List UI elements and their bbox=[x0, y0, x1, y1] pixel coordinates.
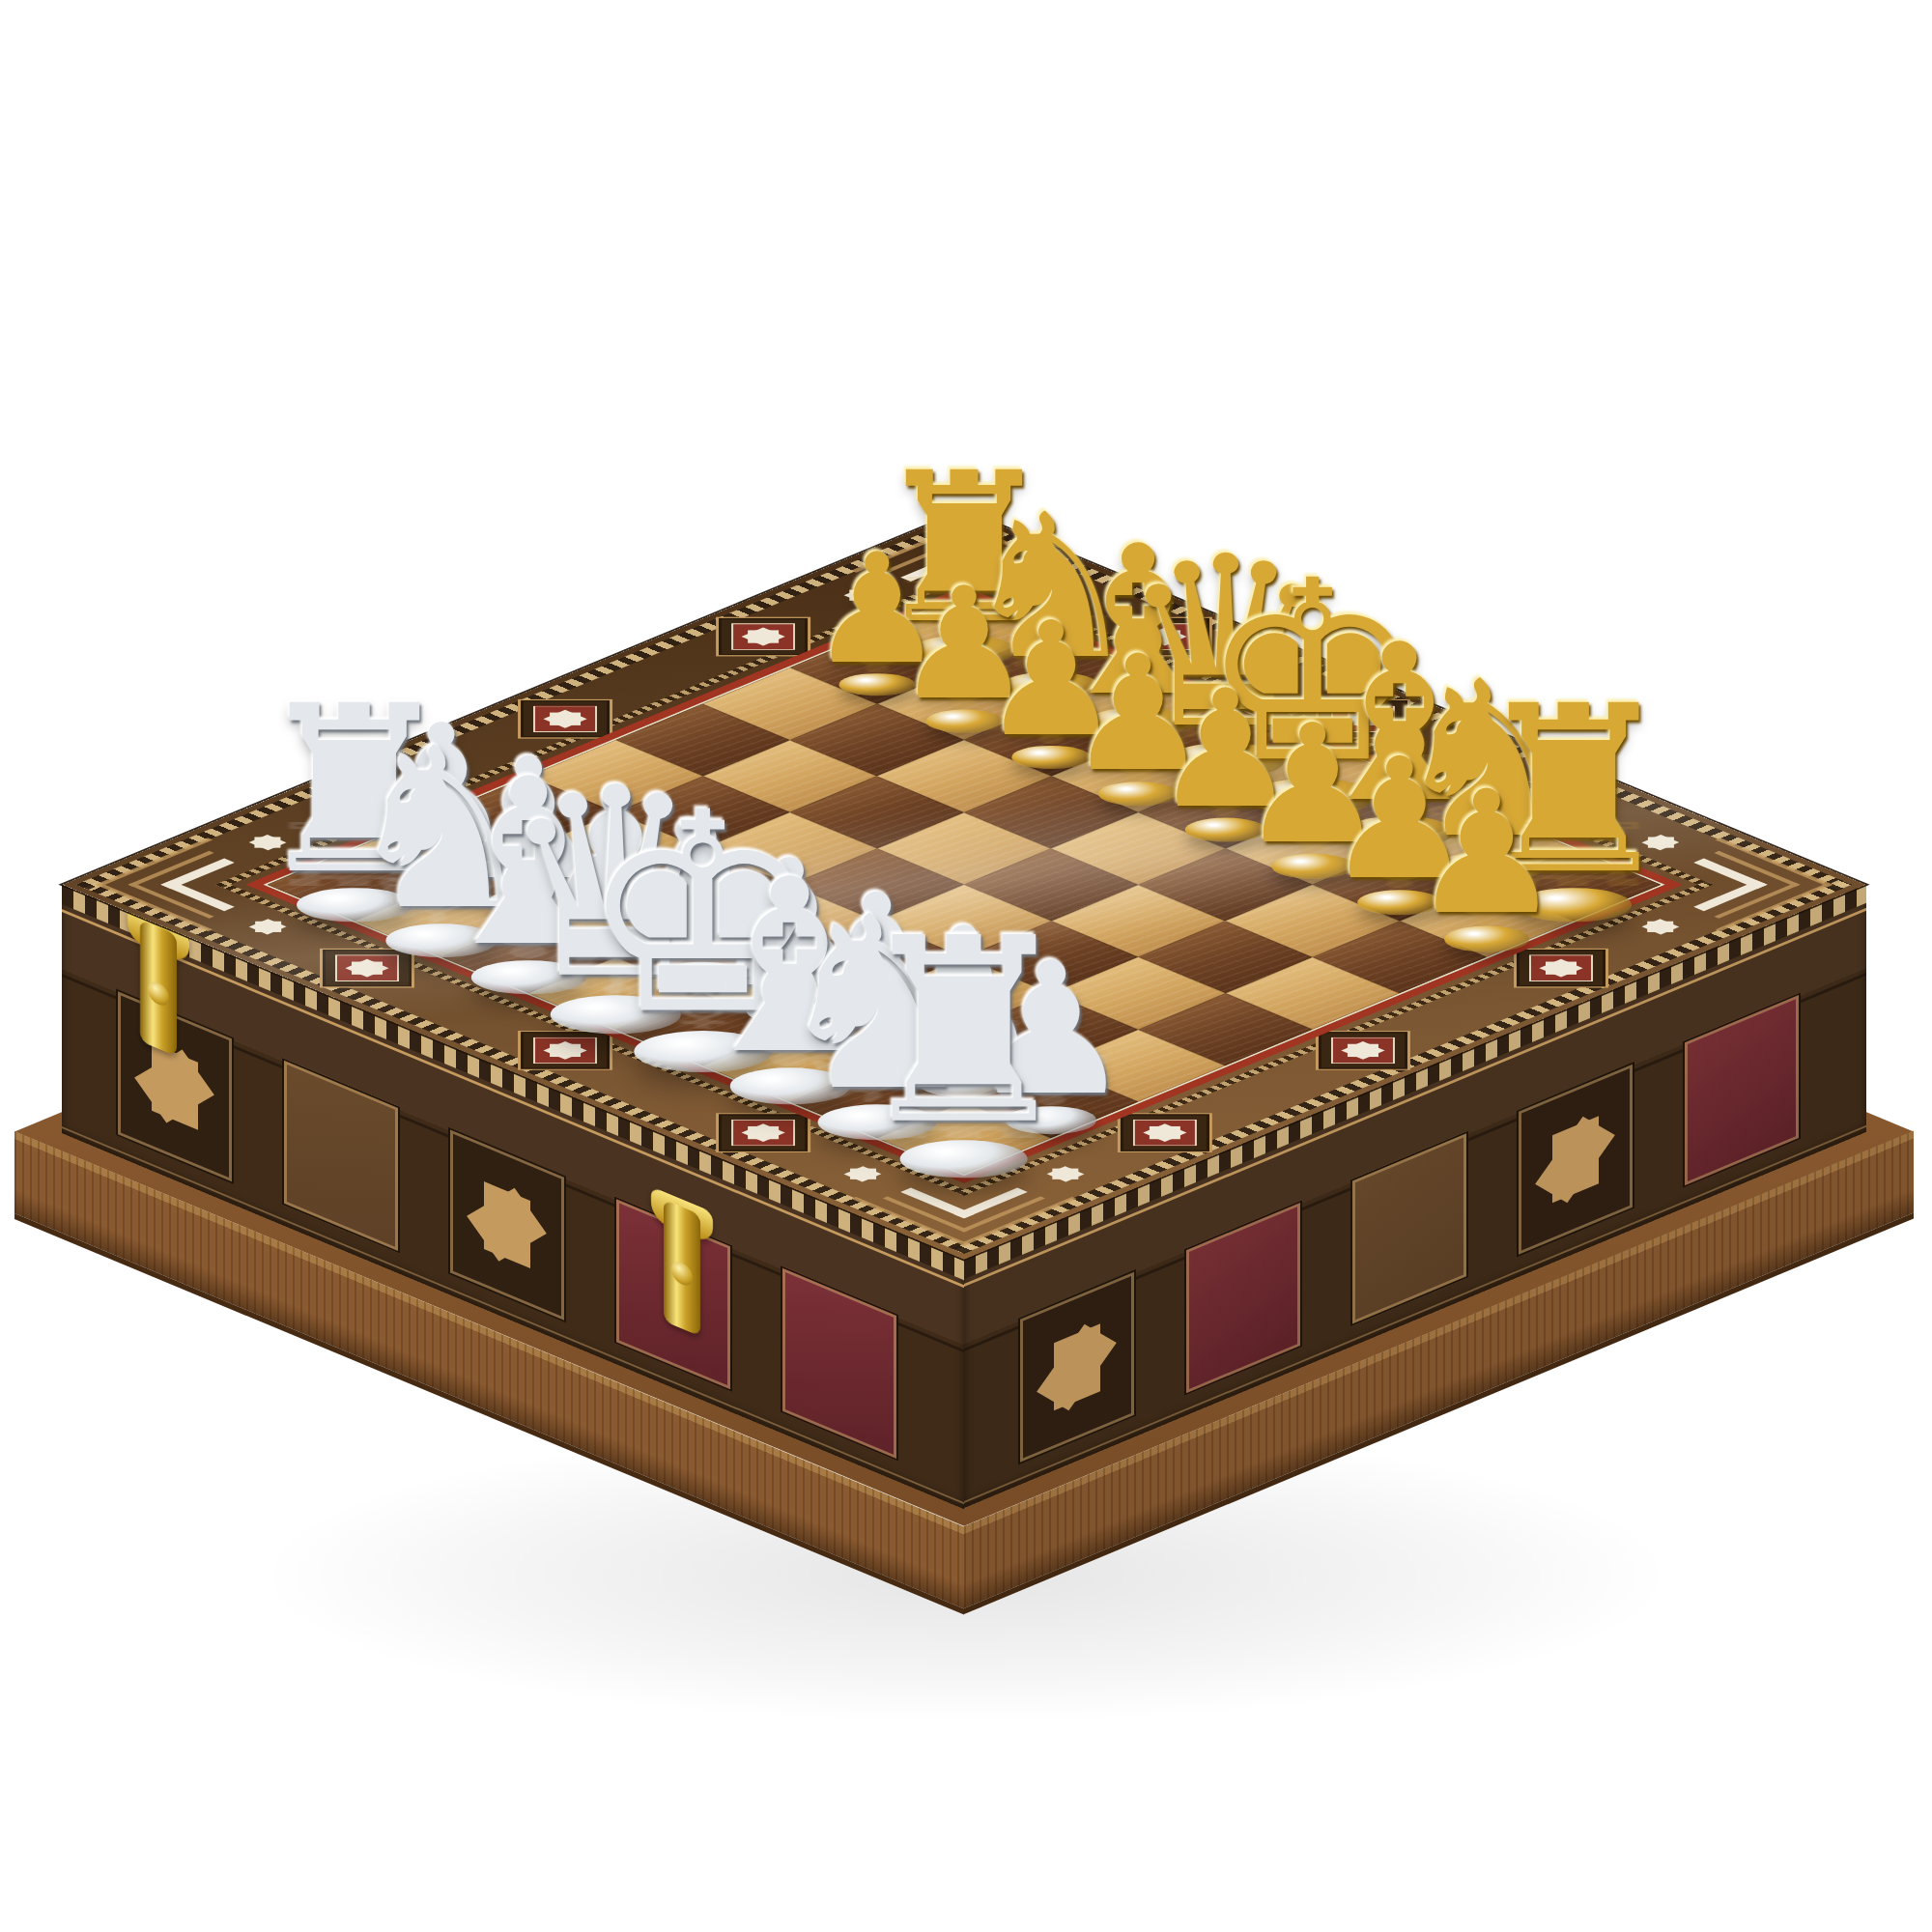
product-photo-scene: ♜♞♝♛♚♝♞♜♟♟♟♟♟♟♟♟♟♟♟♟♟♟♟♟♜♞♝♛♚♝♞♜ bbox=[0, 0, 1932, 1932]
piece-silver-rook-h1[interactable]: ♜ bbox=[850, 905, 1079, 1160]
pieces-layer: ♜♞♝♛♚♝♞♜♟♟♟♟♟♟♟♟♟♟♟♟♟♟♟♟♜♞♝♛♚♝♞♜ bbox=[0, 0, 1932, 1932]
piece-gold-pawn-h7[interactable]: ♟ bbox=[1410, 769, 1563, 939]
